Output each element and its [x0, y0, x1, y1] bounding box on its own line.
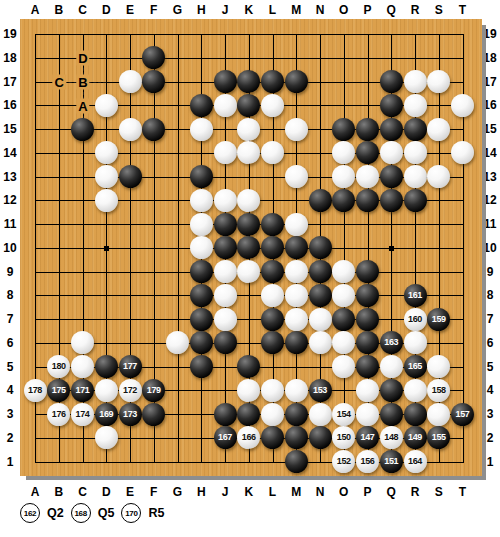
- move-number: 174: [76, 410, 90, 419]
- stone[interactable]: [309, 331, 332, 354]
- caption-move-location: Q5: [98, 506, 115, 520]
- stone[interactable]: [309, 403, 332, 426]
- stone[interactable]: [214, 331, 237, 354]
- move-number: 151: [384, 457, 398, 466]
- column-label-top: B: [54, 4, 63, 16]
- stone[interactable]: [190, 189, 213, 212]
- stone[interactable]: [95, 189, 118, 212]
- move-number: 166: [242, 433, 256, 442]
- stone[interactable]: [356, 141, 379, 164]
- column-label-top: H: [197, 4, 206, 16]
- stone[interactable]: [285, 165, 308, 188]
- stone[interactable]: [451, 94, 474, 117]
- stone[interactable]: [237, 189, 260, 212]
- stone[interactable]: [332, 284, 355, 307]
- move-number: 154: [337, 410, 351, 419]
- move-number: 148: [384, 433, 398, 442]
- stone[interactable]: [427, 355, 450, 378]
- column-label-top: D: [102, 4, 111, 16]
- stone[interactable]: [214, 189, 237, 212]
- stone[interactable]: [332, 308, 355, 331]
- stone[interactable]: [404, 331, 427, 354]
- caption-circled-move-number: 162: [20, 503, 40, 523]
- row-label-left: 3: [7, 408, 14, 420]
- numbered-stone[interactable]: 161: [404, 284, 427, 307]
- numbered-stone[interactable]: 151: [380, 450, 403, 473]
- move-number: 161: [408, 291, 422, 300]
- stone[interactable]: [309, 426, 332, 449]
- column-label-bottom: E: [126, 486, 134, 498]
- column-label-bottom: S: [435, 486, 443, 498]
- column-label-bottom: H: [197, 486, 206, 498]
- column-label-top: L: [269, 4, 276, 16]
- row-label-right: 4: [487, 384, 494, 396]
- stone[interactable]: [332, 165, 355, 188]
- stone[interactable]: [285, 213, 308, 236]
- row-label-right: 16: [483, 99, 496, 111]
- stone[interactable]: [356, 284, 379, 307]
- stone[interactable]: [71, 331, 94, 354]
- stone[interactable]: [214, 70, 237, 93]
- stone[interactable]: [190, 308, 213, 331]
- stone[interactable]: [119, 118, 142, 141]
- stone[interactable]: [261, 94, 284, 117]
- stone[interactable]: [95, 94, 118, 117]
- stone[interactable]: [95, 141, 118, 164]
- stone[interactable]: [261, 70, 284, 93]
- move-number: 164: [408, 457, 422, 466]
- numbered-stone[interactable]: 166: [237, 426, 260, 449]
- stone[interactable]: [356, 379, 379, 402]
- stone[interactable]: [237, 141, 260, 164]
- row-label-right: 1: [487, 456, 494, 468]
- numbered-stone[interactable]: 177: [119, 355, 142, 378]
- grid-line-horizontal: [35, 295, 464, 296]
- column-label-bottom: F: [150, 486, 157, 498]
- stone[interactable]: [380, 355, 403, 378]
- annotation-letter-C: C: [53, 75, 66, 90]
- move-number: 163: [384, 338, 398, 347]
- stone[interactable]: [214, 308, 237, 331]
- column-label-bottom: P: [363, 486, 371, 498]
- stone[interactable]: [404, 403, 427, 426]
- stone[interactable]: [190, 260, 213, 283]
- column-label-top: N: [316, 4, 325, 16]
- stone[interactable]: [404, 118, 427, 141]
- caption-circled-move-number: 168: [71, 503, 91, 523]
- column-label-top: J: [222, 4, 229, 16]
- stone[interactable]: [332, 189, 355, 212]
- move-number: 160: [408, 315, 422, 324]
- numbered-stone[interactable]: 174: [71, 403, 94, 426]
- move-number: 157: [456, 410, 470, 419]
- numbered-stone[interactable]: 154: [332, 403, 355, 426]
- numbered-stone[interactable]: 176: [47, 403, 70, 426]
- stone[interactable]: [380, 379, 403, 402]
- numbered-stone[interactable]: 157: [451, 403, 474, 426]
- stone[interactable]: [261, 308, 284, 331]
- column-label-bottom: J: [222, 486, 229, 498]
- column-label-top: M: [291, 4, 301, 16]
- stone[interactable]: [356, 260, 379, 283]
- numbered-stone[interactable]: 148: [380, 426, 403, 449]
- star-point: [389, 246, 394, 251]
- stone[interactable]: [285, 284, 308, 307]
- column-label-top: S: [435, 4, 443, 16]
- stone[interactable]: [261, 236, 284, 259]
- caption-circled-move-number: 170: [121, 503, 141, 523]
- row-label-right: 10: [483, 242, 496, 254]
- row-label-left: 12: [3, 194, 16, 206]
- move-number: 149: [408, 433, 422, 442]
- row-label-left: 2: [7, 432, 14, 444]
- move-number: 155: [432, 433, 446, 442]
- stone[interactable]: [237, 260, 260, 283]
- column-label-bottom: L: [269, 486, 276, 498]
- row-label-right: 7: [487, 313, 494, 325]
- stone[interactable]: [166, 331, 189, 354]
- move-number: 150: [337, 433, 351, 442]
- row-label-left: 6: [7, 337, 14, 349]
- stone[interactable]: [356, 308, 379, 331]
- stone[interactable]: [71, 355, 94, 378]
- column-label-bottom: G: [173, 486, 182, 498]
- row-label-right: 14: [483, 147, 496, 159]
- stone[interactable]: [309, 236, 332, 259]
- stone[interactable]: [95, 379, 118, 402]
- stone[interactable]: [214, 284, 237, 307]
- row-label-left: 18: [3, 52, 16, 64]
- row-label-right: 5: [487, 361, 494, 373]
- row-label-right: 13: [483, 171, 496, 183]
- stone[interactable]: [214, 213, 237, 236]
- stone[interactable]: [332, 260, 355, 283]
- row-label-right: 19: [483, 28, 496, 40]
- move-number: 158: [432, 386, 446, 395]
- numbered-stone[interactable]: 155: [427, 426, 450, 449]
- move-number: 176: [52, 410, 66, 419]
- stone[interactable]: [190, 118, 213, 141]
- stone[interactable]: [309, 189, 332, 212]
- go-diagram-page: AABBCCDDEEFFGGHHJJKKLLMMNNOOPPQQRRSSTT19…: [0, 0, 500, 537]
- stone[interactable]: [95, 355, 118, 378]
- stone[interactable]: [190, 236, 213, 259]
- grid-line-horizontal: [35, 319, 464, 320]
- numbered-stone[interactable]: 149: [404, 426, 427, 449]
- move-number: 173: [123, 410, 137, 419]
- column-label-top: K: [244, 4, 253, 16]
- numbered-stone[interactable]: 179: [142, 379, 165, 402]
- numbered-stone[interactable]: 163: [380, 331, 403, 354]
- stone[interactable]: [71, 118, 94, 141]
- numbered-stone[interactable]: 167: [214, 426, 237, 449]
- stone[interactable]: [285, 260, 308, 283]
- row-label-left: 19: [3, 28, 16, 40]
- stone[interactable]: [380, 165, 403, 188]
- stone[interactable]: [356, 403, 379, 426]
- stone[interactable]: [142, 403, 165, 426]
- numbered-stone[interactable]: 169: [95, 403, 118, 426]
- stone[interactable]: [356, 189, 379, 212]
- move-number: 147: [361, 433, 375, 442]
- numbered-stone[interactable]: 180: [47, 355, 70, 378]
- stone[interactable]: [190, 165, 213, 188]
- row-label-left: 1: [7, 456, 14, 468]
- column-label-bottom: B: [54, 486, 63, 498]
- column-label-top: G: [173, 4, 182, 16]
- stone[interactable]: [309, 308, 332, 331]
- move-number: 159: [432, 315, 446, 324]
- row-label-left: 9: [7, 266, 14, 278]
- move-number: 153: [313, 386, 327, 395]
- numbered-stone[interactable]: 152: [332, 450, 355, 473]
- stone[interactable]: [404, 70, 427, 93]
- stone[interactable]: [285, 450, 308, 473]
- star-point: [104, 246, 109, 251]
- column-label-bottom: R: [411, 486, 420, 498]
- row-label-left: 16: [3, 99, 16, 111]
- column-label-top: C: [78, 4, 87, 16]
- stone[interactable]: [356, 165, 379, 188]
- row-label-right: 18: [483, 52, 496, 64]
- numbered-stone[interactable]: 147: [356, 426, 379, 449]
- stone[interactable]: [237, 70, 260, 93]
- numbered-stone[interactable]: 165: [404, 355, 427, 378]
- row-label-right: 6: [487, 337, 494, 349]
- row-label-right: 2: [487, 432, 494, 444]
- stone[interactable]: [237, 355, 260, 378]
- row-label-right: 17: [483, 76, 496, 88]
- stone[interactable]: [380, 70, 403, 93]
- row-label-right: 3: [487, 408, 494, 420]
- stone[interactable]: [190, 94, 213, 117]
- stone[interactable]: [332, 141, 355, 164]
- stone[interactable]: [309, 260, 332, 283]
- stone[interactable]: [356, 331, 379, 354]
- row-label-left: 17: [3, 76, 16, 88]
- stone[interactable]: [404, 141, 427, 164]
- stone[interactable]: [380, 189, 403, 212]
- column-label-bottom: T: [459, 486, 466, 498]
- stone[interactable]: [285, 426, 308, 449]
- move-number: 169: [99, 410, 113, 419]
- row-label-left: 11: [4, 218, 17, 230]
- stone[interactable]: [190, 284, 213, 307]
- stone[interactable]: [309, 284, 332, 307]
- numbered-stone[interactable]: 175: [47, 379, 70, 402]
- stone[interactable]: [404, 379, 427, 402]
- stone[interactable]: [237, 403, 260, 426]
- column-label-bottom: N: [316, 486, 325, 498]
- column-label-top: Q: [387, 4, 396, 16]
- stone[interactable]: [380, 118, 403, 141]
- column-label-bottom: A: [31, 486, 40, 498]
- numbered-stone[interactable]: 178: [24, 379, 47, 402]
- row-label-left: 14: [3, 147, 16, 159]
- stone[interactable]: [261, 141, 284, 164]
- row-label-left: 8: [7, 289, 14, 301]
- stone[interactable]: [142, 118, 165, 141]
- move-number: 179: [147, 386, 161, 395]
- stone[interactable]: [190, 331, 213, 354]
- stone[interactable]: [119, 70, 142, 93]
- stone[interactable]: [356, 118, 379, 141]
- stone[interactable]: [261, 403, 284, 426]
- stone[interactable]: [237, 236, 260, 259]
- row-label-right: 8: [487, 289, 494, 301]
- stone[interactable]: [237, 94, 260, 117]
- stone[interactable]: [427, 165, 450, 188]
- row-label-right: 15: [483, 123, 496, 135]
- move-number: 180: [52, 362, 66, 371]
- numbered-stone[interactable]: 150: [332, 426, 355, 449]
- column-label-bottom: Q: [387, 486, 396, 498]
- move-number: 178: [28, 386, 42, 395]
- stone[interactable]: [214, 141, 237, 164]
- stone[interactable]: [380, 94, 403, 117]
- move-location-caption: 162Q2168Q5170R5: [20, 503, 164, 523]
- column-label-top: T: [459, 4, 466, 16]
- column-label-bottom: C: [78, 486, 87, 498]
- row-label-right: 9: [487, 266, 494, 278]
- caption-move-location: R5: [148, 506, 164, 520]
- numbered-stone[interactable]: 171: [71, 379, 94, 402]
- stone[interactable]: [214, 260, 237, 283]
- numbered-stone[interactable]: 156: [356, 450, 379, 473]
- stone[interactable]: [427, 403, 450, 426]
- move-number: 156: [361, 457, 375, 466]
- stone[interactable]: [261, 379, 284, 402]
- stone[interactable]: [237, 213, 260, 236]
- stone[interactable]: [356, 355, 379, 378]
- numbered-stone[interactable]: 164: [404, 450, 427, 473]
- stone[interactable]: [119, 165, 142, 188]
- caption-move-location: Q2: [47, 506, 64, 520]
- row-label-right: 11: [484, 218, 497, 230]
- move-number: 152: [337, 457, 351, 466]
- stone[interactable]: [285, 331, 308, 354]
- grid-line-vertical: [344, 34, 345, 463]
- stone[interactable]: [142, 46, 165, 69]
- row-label-left: 5: [7, 361, 14, 373]
- numbered-stone[interactable]: 159: [427, 308, 450, 331]
- column-label-top: E: [126, 4, 134, 16]
- row-label-left: 7: [7, 313, 14, 325]
- stone[interactable]: [332, 331, 355, 354]
- stone[interactable]: [214, 236, 237, 259]
- move-number: 171: [76, 386, 90, 395]
- stone[interactable]: [237, 118, 260, 141]
- stone[interactable]: [285, 379, 308, 402]
- annotation-letter-B: B: [76, 75, 89, 90]
- numbered-stone[interactable]: 160: [404, 308, 427, 331]
- stone[interactable]: [95, 426, 118, 449]
- column-label-bottom: O: [339, 486, 348, 498]
- stone[interactable]: [404, 189, 427, 212]
- move-number: 165: [408, 362, 422, 371]
- stone[interactable]: [285, 70, 308, 93]
- row-label-left: 13: [3, 171, 16, 183]
- stone[interactable]: [261, 284, 284, 307]
- stone[interactable]: [332, 355, 355, 378]
- stone[interactable]: [190, 355, 213, 378]
- numbered-stone[interactable]: 172: [119, 379, 142, 402]
- move-number: 167: [218, 433, 232, 442]
- row-label-left: 10: [3, 242, 16, 254]
- stone[interactable]: [237, 379, 260, 402]
- stone[interactable]: [332, 118, 355, 141]
- stone[interactable]: [261, 213, 284, 236]
- move-number: 175: [52, 386, 66, 395]
- stone[interactable]: [427, 118, 450, 141]
- stone[interactable]: [95, 165, 118, 188]
- row-label-left: 4: [7, 384, 14, 396]
- stone[interactable]: [190, 213, 213, 236]
- column-label-bottom: D: [102, 486, 111, 498]
- stone[interactable]: [427, 70, 450, 93]
- column-label-bottom: M: [291, 486, 301, 498]
- stone[interactable]: [214, 94, 237, 117]
- stone[interactable]: [285, 118, 308, 141]
- column-label-bottom: K: [244, 486, 253, 498]
- annotation-letter-A: A: [76, 98, 89, 113]
- row-label-right: 12: [483, 194, 496, 206]
- stone[interactable]: [214, 403, 237, 426]
- stone[interactable]: [261, 260, 284, 283]
- column-label-top: R: [411, 4, 420, 16]
- numbered-stone[interactable]: 153: [309, 379, 332, 402]
- stone[interactable]: [285, 308, 308, 331]
- stone[interactable]: [285, 403, 308, 426]
- move-number: 172: [123, 386, 137, 395]
- stone[interactable]: [380, 403, 403, 426]
- stone[interactable]: [451, 141, 474, 164]
- numbered-stone[interactable]: 158: [427, 379, 450, 402]
- stone[interactable]: [404, 165, 427, 188]
- stone[interactable]: [142, 70, 165, 93]
- column-label-top: A: [31, 4, 40, 16]
- go-board[interactable]: ABCD161160159163180177165178175171172179…: [20, 19, 482, 476]
- column-label-top: F: [150, 4, 157, 16]
- move-number: 177: [123, 362, 137, 371]
- stone[interactable]: [261, 331, 284, 354]
- stone[interactable]: [261, 426, 284, 449]
- column-label-top: O: [339, 4, 348, 16]
- column-label-top: P: [363, 4, 371, 16]
- numbered-stone[interactable]: 173: [119, 403, 142, 426]
- row-label-left: 15: [3, 123, 16, 135]
- stone[interactable]: [380, 141, 403, 164]
- stone[interactable]: [285, 236, 308, 259]
- annotation-letter-D: D: [76, 51, 89, 66]
- stone[interactable]: [404, 94, 427, 117]
